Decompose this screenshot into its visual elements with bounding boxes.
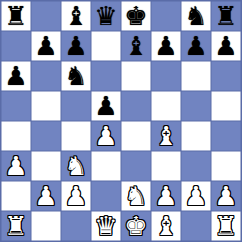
square-a4[interactable] <box>1 121 31 151</box>
black-pawn-piece[interactable]: ♟ <box>184 32 207 61</box>
square-d4[interactable]: ♟ <box>91 121 121 151</box>
square-d1[interactable]: ♛ <box>91 211 121 241</box>
white-pawn-piece[interactable]: ♟ <box>64 182 87 211</box>
white-bishop-piece[interactable]: ♝ <box>154 212 177 241</box>
square-b1[interactable] <box>31 211 61 241</box>
square-c5[interactable] <box>61 91 91 121</box>
black-rook-piece[interactable]: ♜ <box>4 2 27 31</box>
square-b5[interactable] <box>31 91 61 121</box>
square-h3[interactable] <box>211 151 241 181</box>
white-king-piece[interactable]: ♚ <box>124 212 147 241</box>
square-d8[interactable]: ♛ <box>91 1 121 31</box>
square-b3[interactable] <box>31 151 61 181</box>
black-king-piece[interactable]: ♚ <box>124 2 147 31</box>
black-pawn-piece[interactable]: ♟ <box>214 32 237 61</box>
square-f7[interactable]: ♟ <box>151 31 181 61</box>
black-queen-piece[interactable]: ♛ <box>94 2 117 31</box>
square-a6[interactable]: ♟ <box>1 61 31 91</box>
white-pawn-piece[interactable]: ♟ <box>34 182 57 211</box>
square-g1[interactable] <box>181 211 211 241</box>
white-bishop-piece[interactable]: ♝ <box>154 122 177 151</box>
square-c4[interactable] <box>61 121 91 151</box>
black-knight-piece[interactable]: ♞ <box>184 2 207 31</box>
square-e3[interactable] <box>121 151 151 181</box>
black-pawn-piece[interactable]: ♟ <box>154 32 177 61</box>
white-pawn-piece[interactable]: ♟ <box>4 152 27 181</box>
square-g2[interactable]: ♟ <box>181 181 211 211</box>
black-pawn-piece[interactable]: ♟ <box>64 32 87 61</box>
white-queen-piece[interactable]: ♛ <box>94 212 117 241</box>
black-pawn-piece[interactable]: ♟ <box>94 92 117 121</box>
white-pawn-piece[interactable]: ♟ <box>214 182 237 211</box>
square-c3[interactable]: ♞ <box>61 151 91 181</box>
chess-board: ♜♝♛♚♞♜♟♟♝♟♟♟♟♞♟♟♝♟♞♟♟♞♟♟♟♜♛♚♝♜ <box>0 0 242 242</box>
square-d6[interactable] <box>91 61 121 91</box>
square-h8[interactable]: ♜ <box>211 1 241 31</box>
square-f1[interactable]: ♝ <box>151 211 181 241</box>
square-h2[interactable]: ♟ <box>211 181 241 211</box>
square-f3[interactable] <box>151 151 181 181</box>
square-e6[interactable] <box>121 61 151 91</box>
black-knight-piece[interactable]: ♞ <box>64 62 87 91</box>
square-h6[interactable] <box>211 61 241 91</box>
square-c2[interactable]: ♟ <box>61 181 91 211</box>
black-rook-piece[interactable]: ♜ <box>214 2 237 31</box>
square-b4[interactable] <box>31 121 61 151</box>
black-bishop-piece[interactable]: ♝ <box>64 2 87 31</box>
black-bishop-piece[interactable]: ♝ <box>124 32 147 61</box>
square-a2[interactable] <box>1 181 31 211</box>
square-c7[interactable]: ♟ <box>61 31 91 61</box>
white-pawn-piece[interactable]: ♟ <box>154 182 177 211</box>
square-e4[interactable] <box>121 121 151 151</box>
square-g3[interactable] <box>181 151 211 181</box>
square-h7[interactable]: ♟ <box>211 31 241 61</box>
square-a5[interactable] <box>1 91 31 121</box>
white-knight-piece[interactable]: ♞ <box>124 182 147 211</box>
square-g7[interactable]: ♟ <box>181 31 211 61</box>
square-f5[interactable] <box>151 91 181 121</box>
white-rook-piece[interactable]: ♜ <box>4 212 27 241</box>
square-e5[interactable] <box>121 91 151 121</box>
white-knight-piece[interactable]: ♞ <box>64 152 87 181</box>
square-g8[interactable]: ♞ <box>181 1 211 31</box>
square-a7[interactable] <box>1 31 31 61</box>
square-b7[interactable]: ♟ <box>31 31 61 61</box>
black-pawn-piece[interactable]: ♟ <box>4 62 27 91</box>
square-a8[interactable]: ♜ <box>1 1 31 31</box>
square-b8[interactable] <box>31 1 61 31</box>
square-c6[interactable]: ♞ <box>61 61 91 91</box>
white-pawn-piece[interactable]: ♟ <box>94 122 117 151</box>
square-h5[interactable] <box>211 91 241 121</box>
square-d7[interactable] <box>91 31 121 61</box>
square-d5[interactable]: ♟ <box>91 91 121 121</box>
square-e7[interactable]: ♝ <box>121 31 151 61</box>
square-h4[interactable] <box>211 121 241 151</box>
white-pawn-piece[interactable]: ♟ <box>184 182 207 211</box>
square-c1[interactable] <box>61 211 91 241</box>
square-e2[interactable]: ♞ <box>121 181 151 211</box>
square-e1[interactable]: ♚ <box>121 211 151 241</box>
square-c8[interactable]: ♝ <box>61 1 91 31</box>
square-g5[interactable] <box>181 91 211 121</box>
square-a3[interactable]: ♟ <box>1 151 31 181</box>
square-h1[interactable]: ♜ <box>211 211 241 241</box>
square-e8[interactable]: ♚ <box>121 1 151 31</box>
black-pawn-piece[interactable]: ♟ <box>34 32 57 61</box>
square-b6[interactable] <box>31 61 61 91</box>
square-f6[interactable] <box>151 61 181 91</box>
square-b2[interactable]: ♟ <box>31 181 61 211</box>
square-f4[interactable]: ♝ <box>151 121 181 151</box>
square-d3[interactable] <box>91 151 121 181</box>
square-f2[interactable]: ♟ <box>151 181 181 211</box>
square-d2[interactable] <box>91 181 121 211</box>
white-rook-piece[interactable]: ♜ <box>214 212 237 241</box>
square-g6[interactable] <box>181 61 211 91</box>
square-f8[interactable] <box>151 1 181 31</box>
square-a1[interactable]: ♜ <box>1 211 31 241</box>
square-g4[interactable] <box>181 121 211 151</box>
